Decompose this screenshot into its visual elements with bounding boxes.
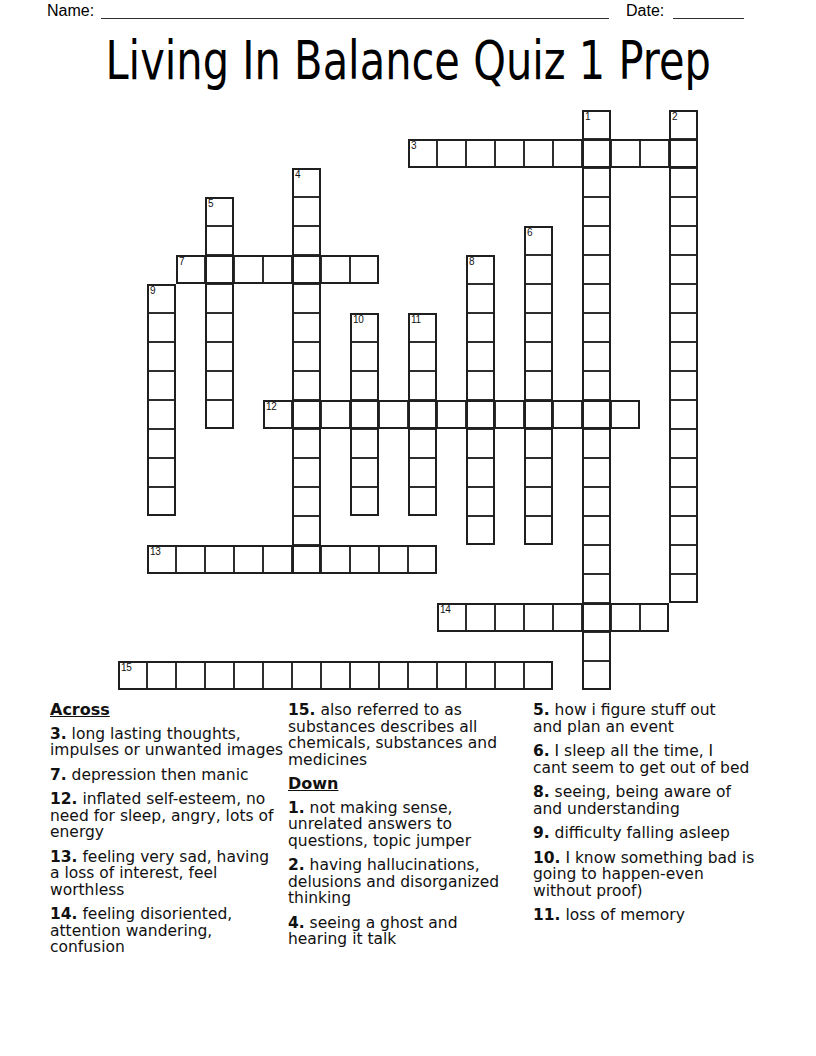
cell-r9-c19[interactable]: [669, 371, 698, 400]
date-blank-line[interactable]: [673, 18, 744, 19]
cell-r11-c16[interactable]: [582, 429, 611, 458]
clue-across-3: 3. long lasting thoughts,impulses or unw…: [50, 726, 296, 759]
cell-r2-c16[interactable]: [582, 168, 611, 197]
cell-r14-c19[interactable]: [669, 516, 698, 545]
clue-column-2: 15. also referred to assubstances descri…: [288, 702, 534, 956]
cell-r11-c8[interactable]: [350, 429, 379, 458]
cell-r10-c8[interactable]: [350, 400, 379, 429]
cell-r7-c16[interactable]: [582, 313, 611, 342]
cell-r9-c16[interactable]: [582, 371, 611, 400]
crossword-grid: 123456789101112131415: [118, 110, 698, 690]
cell-r12-c16[interactable]: [582, 458, 611, 487]
cell-r9-c12[interactable]: [466, 371, 495, 400]
cell-r11-c6[interactable]: [292, 429, 321, 458]
cell-r15-c10[interactable]: [408, 545, 437, 574]
cell-r7-c12[interactable]: [466, 313, 495, 342]
cell-r15-c9[interactable]: [379, 545, 408, 574]
cell-r4-c14[interactable]: [524, 226, 553, 255]
cell-r4-c6[interactable]: [292, 226, 321, 255]
cell-r19-c0[interactable]: [118, 661, 147, 690]
cell-r0-c19[interactable]: [669, 110, 698, 139]
cell-r5-c3[interactable]: [205, 255, 234, 284]
cell-r10-c7[interactable]: [321, 400, 350, 429]
cell-r8-c10[interactable]: [408, 342, 437, 371]
cell-r6-c6[interactable]: [292, 284, 321, 313]
cell-r14-c14[interactable]: [524, 516, 553, 545]
cell-r17-c15[interactable]: [553, 603, 582, 632]
cell-r13-c10[interactable]: [408, 487, 437, 516]
cell-r8-c16[interactable]: [582, 342, 611, 371]
clue-column-1: Across3. long lasting thoughts,impulses …: [50, 702, 296, 964]
cell-r5-c14[interactable]: [524, 255, 553, 284]
cell-r19-c11[interactable]: [437, 661, 466, 690]
cell-r19-c14[interactable]: [524, 661, 553, 690]
cell-r15-c4[interactable]: [234, 545, 263, 574]
clue-number: 9.: [533, 824, 550, 842]
cell-r10-c3[interactable]: [205, 400, 234, 429]
cell-r19-c16[interactable]: [582, 661, 611, 690]
cell-r5-c16[interactable]: [582, 255, 611, 284]
clue-number: 4.: [288, 914, 305, 932]
cell-r2-c19[interactable]: [669, 168, 698, 197]
cell-r17-c12[interactable]: [466, 603, 495, 632]
cell-r5-c2[interactable]: [176, 255, 205, 284]
cell-r19-c1[interactable]: [147, 661, 176, 690]
cell-r7-c14[interactable]: [524, 313, 553, 342]
cell-r15-c5[interactable]: [263, 545, 292, 574]
cell-r6-c3[interactable]: [205, 284, 234, 313]
cell-r0-c16[interactable]: [582, 110, 611, 139]
cell-r4-c19[interactable]: [669, 226, 698, 255]
cell-r10-c6[interactable]: [292, 400, 321, 429]
cell-r5-c19[interactable]: [669, 255, 698, 284]
cell-r4-c3[interactable]: [205, 226, 234, 255]
cell-r9-c6[interactable]: [292, 371, 321, 400]
cell-r15-c1[interactable]: [147, 545, 176, 574]
cell-r8-c12[interactable]: [466, 342, 495, 371]
cell-r15-c19[interactable]: [669, 545, 698, 574]
cell-r17-c13[interactable]: [495, 603, 524, 632]
clue-number: 10.: [533, 849, 560, 867]
cell-r14-c12[interactable]: [466, 516, 495, 545]
cell-r10-c9[interactable]: [379, 400, 408, 429]
cell-r5-c7[interactable]: [321, 255, 350, 284]
clue-down-10: 10. I know something bad isgoing to happ…: [533, 850, 779, 900]
cell-r15-c8[interactable]: [350, 545, 379, 574]
cell-r10-c1[interactable]: [147, 400, 176, 429]
clue-number: 6.: [533, 742, 550, 760]
cell-r15-c7[interactable]: [321, 545, 350, 574]
cell-r10-c19[interactable]: [669, 400, 698, 429]
cell-r19-c7[interactable]: [321, 661, 350, 690]
name-blank-line[interactable]: [101, 18, 609, 19]
clue-across-15: 15. also referred to assubstances descri…: [288, 702, 534, 768]
clue-number: 14.: [50, 905, 77, 923]
clue-number: 15.: [288, 701, 315, 719]
cell-r19-c4[interactable]: [234, 661, 263, 690]
page-title: Living In Balance Quiz 1 Prep: [0, 30, 816, 92]
cell-r15-c3[interactable]: [205, 545, 234, 574]
cell-r9-c8[interactable]: [350, 371, 379, 400]
cell-r14-c16[interactable]: [582, 516, 611, 545]
cell-r9-c14[interactable]: [524, 371, 553, 400]
cell-r10-c15[interactable]: [553, 400, 582, 429]
cell-r9-c3[interactable]: [205, 371, 234, 400]
cell-r10-c11[interactable]: [437, 400, 466, 429]
clue-across-14: 14. feeling disoriented,attention wander…: [50, 906, 296, 956]
cell-r11-c10[interactable]: [408, 429, 437, 458]
clue-column-3: 5. how i figure stuff outand plan an eve…: [533, 702, 779, 932]
cell-r1-c16[interactable]: [582, 139, 611, 168]
cell-r8-c19[interactable]: [669, 342, 698, 371]
cell-r12-c8[interactable]: [350, 458, 379, 487]
cell-r12-c10[interactable]: [408, 458, 437, 487]
cell-r10-c13[interactable]: [495, 400, 524, 429]
cell-r12-c19[interactable]: [669, 458, 698, 487]
cell-r4-c16[interactable]: [582, 226, 611, 255]
cell-r1-c19[interactable]: [669, 139, 698, 168]
cell-r13-c8[interactable]: [350, 487, 379, 516]
cell-r1-c10[interactable]: [408, 139, 437, 168]
cell-r8-c8[interactable]: [350, 342, 379, 371]
cell-r9-c10[interactable]: [408, 371, 437, 400]
cell-r5-c5[interactable]: [263, 255, 292, 284]
cell-r3-c3[interactable]: [205, 197, 234, 226]
cell-r10-c5[interactable]: [263, 400, 292, 429]
cell-r12-c14[interactable]: [524, 458, 553, 487]
cell-r7-c10[interactable]: [408, 313, 437, 342]
cell-r15-c16[interactable]: [582, 545, 611, 574]
cell-r13-c16[interactable]: [582, 487, 611, 516]
cell-r17-c16[interactable]: [582, 603, 611, 632]
cell-r8-c1[interactable]: [147, 342, 176, 371]
cell-r18-c16[interactable]: [582, 632, 611, 661]
cell-r10-c14[interactable]: [524, 400, 553, 429]
clue-number: 11.: [533, 906, 560, 924]
clue-down-5: 5. how i figure stuff outand plan an eve…: [533, 702, 779, 735]
cell-r3-c16[interactable]: [582, 197, 611, 226]
clues-down-header: Down: [288, 776, 534, 793]
cell-r10-c16[interactable]: [582, 400, 611, 429]
cell-r11-c19[interactable]: [669, 429, 698, 458]
cell-r10-c10[interactable]: [408, 400, 437, 429]
cell-r19-c13[interactable]: [495, 661, 524, 690]
cell-r2-c6[interactable]: [292, 168, 321, 197]
clue-across-12: 12. inflated self-esteem, noneed for sle…: [50, 791, 296, 841]
cell-r19-c8[interactable]: [350, 661, 379, 690]
clue-number: 1.: [288, 799, 305, 817]
cell-r13-c1[interactable]: [147, 487, 176, 516]
clue-number: 7.: [50, 766, 67, 784]
cell-r16-c19[interactable]: [669, 574, 698, 603]
cell-r5-c6[interactable]: [292, 255, 321, 284]
name-label: Name:: [47, 2, 94, 20]
clue-down-8: 8. seeing, being aware ofand understandi…: [533, 784, 779, 817]
clue-number: 2.: [288, 856, 305, 874]
clue-down-6: 6. I sleep all the time, Icant seem to g…: [533, 743, 779, 776]
clue-down-2: 2. having hallucinations,delusions and d…: [288, 857, 534, 907]
clues-across-header: Across: [50, 702, 296, 719]
cell-r13-c6[interactable]: [292, 487, 321, 516]
cell-r19-c12[interactable]: [466, 661, 495, 690]
clue-number: 13.: [50, 848, 77, 866]
cell-r12-c1[interactable]: [147, 458, 176, 487]
cell-r12-c6[interactable]: [292, 458, 321, 487]
cell-r1-c13[interactable]: [495, 139, 524, 168]
clue-down-1: 1. not making sense,unrelated answers to…: [288, 800, 534, 850]
cell-r3-c6[interactable]: [292, 197, 321, 226]
cell-r15-c6[interactable]: [292, 545, 321, 574]
cell-r6-c1[interactable]: [147, 284, 176, 313]
worksheet-page: Name: Date: Living In Balance Quiz 1 Pre…: [0, 0, 816, 1056]
cell-r7-c3[interactable]: [205, 313, 234, 342]
cell-r1-c11[interactable]: [437, 139, 466, 168]
cell-r1-c17[interactable]: [611, 139, 640, 168]
cell-r1-c18[interactable]: [640, 139, 669, 168]
clue-down-11: 11. loss of memory: [533, 907, 779, 924]
cell-r13-c12[interactable]: [466, 487, 495, 516]
cell-r7-c8[interactable]: [350, 313, 379, 342]
cell-r19-c5[interactable]: [263, 661, 292, 690]
page-title-text: Living In Balance Quiz 1 Prep: [105, 30, 711, 92]
clue-down-4: 4. seeing a ghost andhearing it talk: [288, 915, 534, 948]
cell-r7-c19[interactable]: [669, 313, 698, 342]
clue-number: 12.: [50, 790, 77, 808]
cell-r6-c16[interactable]: [582, 284, 611, 313]
cell-r17-c11[interactable]: [437, 603, 466, 632]
cell-r6-c19[interactable]: [669, 284, 698, 313]
cell-r17-c14[interactable]: [524, 603, 553, 632]
cell-r11-c1[interactable]: [147, 429, 176, 458]
cell-r6-c12[interactable]: [466, 284, 495, 313]
cell-r9-c1[interactable]: [147, 371, 176, 400]
cell-r11-c12[interactable]: [466, 429, 495, 458]
cell-r15-c2[interactable]: [176, 545, 205, 574]
cell-r12-c12[interactable]: [466, 458, 495, 487]
cell-r5-c12[interactable]: [466, 255, 495, 284]
date-label: Date:: [626, 2, 664, 20]
cell-r5-c4[interactable]: [234, 255, 263, 284]
cell-r13-c19[interactable]: [669, 487, 698, 516]
clue-number: 3.: [50, 725, 67, 743]
cell-r8-c3[interactable]: [205, 342, 234, 371]
cell-r19-c2[interactable]: [176, 661, 205, 690]
cell-r10-c17[interactable]: [611, 400, 640, 429]
cell-r8-c6[interactable]: [292, 342, 321, 371]
cell-r6-c14[interactable]: [524, 284, 553, 313]
cell-r13-c14[interactable]: [524, 487, 553, 516]
cell-r5-c8[interactable]: [350, 255, 379, 284]
clue-down-9: 9. difficulty falling asleep: [533, 825, 779, 842]
cell-r19-c3[interactable]: [205, 661, 234, 690]
cell-r8-c14[interactable]: [524, 342, 553, 371]
cell-r1-c15[interactable]: [553, 139, 582, 168]
cell-r16-c16[interactable]: [582, 574, 611, 603]
cell-r17-c17[interactable]: [611, 603, 640, 632]
cell-r11-c14[interactable]: [524, 429, 553, 458]
cell-r19-c9[interactable]: [379, 661, 408, 690]
cell-r3-c19[interactable]: [669, 197, 698, 226]
cell-r14-c6[interactable]: [292, 516, 321, 545]
clue-across-13: 13. feeling very sad, havinga loss of in…: [50, 849, 296, 899]
cell-r7-c1[interactable]: [147, 313, 176, 342]
cell-r1-c12[interactable]: [466, 139, 495, 168]
clue-across-7: 7. depression then manic: [50, 767, 296, 784]
cell-r7-c6[interactable]: [292, 313, 321, 342]
cell-r17-c18[interactable]: [640, 603, 669, 632]
cell-r1-c14[interactable]: [524, 139, 553, 168]
cell-r19-c10[interactable]: [408, 661, 437, 690]
cell-r19-c6[interactable]: [292, 661, 321, 690]
clue-number: 8.: [533, 783, 550, 801]
cell-r10-c12[interactable]: [466, 400, 495, 429]
clue-number: 5.: [533, 701, 550, 719]
